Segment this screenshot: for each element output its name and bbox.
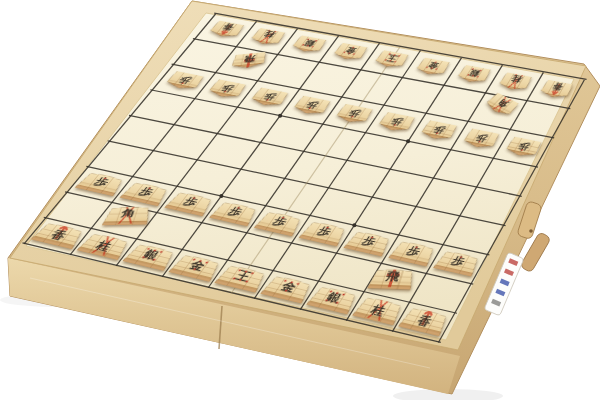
board-svg <box>0 0 600 400</box>
star-point <box>278 114 282 118</box>
piece-8h[interactable]: ╳角 <box>102 206 153 225</box>
piece-tile: ╋飛 <box>367 269 416 290</box>
piece-tile: ╳角 <box>102 206 153 225</box>
piece-2h[interactable]: ╋飛 <box>367 269 416 290</box>
star-point <box>406 139 410 143</box>
star-point <box>352 223 356 227</box>
star-point <box>219 194 223 198</box>
kanji-label: 飛 <box>230 54 268 65</box>
shogi-set-photo: ↑香╳桂銀• • ••· ·•金• • ••玉• • •• • •金• • ••… <box>0 0 600 400</box>
kanji-label: 飛 <box>369 271 416 283</box>
kanji-label: 角 <box>104 209 152 220</box>
